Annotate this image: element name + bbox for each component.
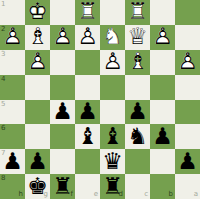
square-a8[interactable]: a — [175, 174, 200, 199]
rank-label-3: 3 — [1, 51, 5, 58]
rank-label-4: 4 — [1, 76, 5, 83]
square-c6[interactable]: ♞ — [125, 124, 150, 149]
square-e1[interactable]: ♜♖ — [75, 0, 100, 25]
square-e8[interactable]: e — [75, 174, 100, 199]
square-e6[interactable]: ♝ — [75, 124, 100, 149]
white-pawn-outline-icon: ♙ — [77, 25, 98, 48]
square-e3[interactable] — [75, 50, 100, 75]
square-c4[interactable] — [125, 75, 150, 100]
white-pawn-outline-icon: ♙ — [27, 50, 48, 73]
square-g5[interactable] — [25, 100, 50, 125]
square-d1[interactable] — [100, 0, 125, 25]
square-f7[interactable] — [50, 149, 75, 174]
square-g2[interactable]: ♝♗ — [25, 25, 50, 50]
white-king-outline-icon: ♔ — [27, 0, 48, 23]
white-pawn-outline-icon: ♙ — [52, 25, 73, 48]
square-f5[interactable]: ♟ — [50, 100, 75, 125]
black-pawn-icon: ♟ — [177, 149, 198, 172]
square-a7[interactable]: ♟ — [175, 149, 200, 174]
square-a6[interactable] — [175, 124, 200, 149]
white-pawn-e2[interactable]: ♟♙ — [75, 25, 100, 50]
square-a5[interactable] — [175, 100, 200, 125]
square-g7[interactable]: ♟ — [25, 149, 50, 174]
black-pawn-f5[interactable]: ♟ — [50, 100, 75, 125]
white-pawn-a3[interactable]: ♟♙ — [175, 50, 200, 75]
black-king-icon: ♚ — [27, 174, 48, 197]
black-pawn-c5[interactable]: ♟ — [125, 100, 150, 125]
square-c2[interactable]: ♛♕ — [125, 25, 150, 50]
square-h4[interactable]: 4 — [0, 75, 25, 100]
white-knight-outline-icon: ♘ — [102, 25, 123, 48]
file-label-e: e — [94, 191, 98, 198]
white-rook-c1[interactable]: ♜♖ — [125, 0, 150, 25]
white-rook-outline-icon: ♖ — [127, 0, 148, 23]
black-knight-icon: ♞ — [127, 124, 148, 147]
square-b6[interactable]: ♟ — [150, 124, 175, 149]
white-queen-c2[interactable]: ♛♕ — [125, 25, 150, 50]
black-pawn-g7[interactable]: ♟ — [25, 149, 50, 174]
square-f6[interactable] — [50, 124, 75, 149]
square-d2[interactable]: ♞♘ — [100, 25, 125, 50]
black-pawn-icon: ♟ — [27, 149, 48, 172]
square-f2[interactable]: ♟♙ — [50, 25, 75, 50]
square-d4[interactable] — [100, 75, 125, 100]
white-pawn-g3[interactable]: ♟♙ — [25, 50, 50, 75]
square-f8[interactable]: f♜ — [50, 174, 75, 199]
white-pawn-h2[interactable]: ♟♙ — [0, 25, 25, 50]
square-h5[interactable]: 5 — [0, 100, 25, 125]
rank-label-5: 5 — [1, 101, 5, 108]
black-rook-icon: ♜ — [102, 174, 123, 197]
square-e4[interactable] — [75, 75, 100, 100]
black-rook-d8[interactable]: ♜ — [100, 174, 125, 199]
square-a1[interactable] — [175, 0, 200, 25]
white-bishop-outline-icon: ♗ — [127, 50, 148, 73]
black-bishop-icon: ♝ — [102, 124, 123, 147]
square-h1[interactable]: 1 — [0, 0, 25, 25]
square-e7[interactable] — [75, 149, 100, 174]
square-h2[interactable]: 2♟♙ — [0, 25, 25, 50]
square-e5[interactable]: ♟ — [75, 100, 100, 125]
black-pawn-b6[interactable]: ♟ — [150, 124, 175, 149]
white-bishop-g2[interactable]: ♝♗ — [25, 25, 50, 50]
square-g6[interactable] — [25, 124, 50, 149]
square-b1[interactable] — [150, 0, 175, 25]
chess-board-window: 1♚♔♜♖♜♖2♟♙♝♗♟♙♟♙♞♘♛♕♟♙3♟♙♟♙♝♗♟♙45♟♟♟6♝♝♞… — [0, 0, 200, 199]
black-pawn-icon: ♟ — [127, 100, 148, 123]
square-g8[interactable]: g♚ — [25, 174, 50, 199]
black-pawn-icon: ♟ — [77, 100, 98, 123]
white-pawn-outline-icon: ♙ — [102, 50, 123, 73]
file-label-b: b — [169, 191, 173, 198]
square-c5[interactable]: ♟ — [125, 100, 150, 125]
square-h6[interactable]: 6 — [0, 124, 25, 149]
square-g1[interactable]: ♚♔ — [25, 0, 50, 25]
square-a2[interactable] — [175, 25, 200, 50]
square-d8[interactable]: d♜ — [100, 174, 125, 199]
rank-label-6: 6 — [1, 125, 5, 132]
chess-board: 1♚♔♜♖♜♖2♟♙♝♗♟♙♟♙♞♘♛♕♟♙3♟♙♟♙♝♗♟♙45♟♟♟6♝♝♞… — [0, 0, 200, 199]
white-queen-outline-icon: ♕ — [127, 25, 148, 48]
black-pawn-icon: ♟ — [2, 149, 23, 172]
white-pawn-outline-icon: ♙ — [152, 25, 173, 48]
square-f1[interactable] — [50, 0, 75, 25]
square-g3[interactable]: ♟♙ — [25, 50, 50, 75]
black-queen-icon: ♛ — [102, 149, 123, 172]
white-king-g1[interactable]: ♚♔ — [25, 0, 50, 25]
black-pawn-icon: ♟ — [52, 100, 73, 123]
white-bishop-outline-icon: ♗ — [27, 25, 48, 48]
square-f3[interactable] — [50, 50, 75, 75]
white-rook-e1[interactable]: ♜♖ — [75, 0, 100, 25]
white-pawn-d3[interactable]: ♟♙ — [100, 50, 125, 75]
black-knight-c6[interactable]: ♞ — [125, 124, 150, 149]
white-pawn-outline-icon: ♙ — [177, 50, 198, 73]
black-bishop-e6[interactable]: ♝ — [75, 124, 100, 149]
square-c8[interactable]: c — [125, 174, 150, 199]
white-bishop-c3[interactable]: ♝♗ — [125, 50, 150, 75]
square-b7[interactable] — [150, 149, 175, 174]
black-queen-d7[interactable]: ♛ — [100, 149, 125, 174]
file-label-h: h — [19, 191, 23, 198]
square-h7[interactable]: 7♟ — [0, 149, 25, 174]
black-pawn-h7[interactable]: ♟ — [0, 149, 25, 174]
file-label-a: a — [194, 191, 198, 198]
square-a3[interactable]: ♟♙ — [175, 50, 200, 75]
square-d5[interactable] — [100, 100, 125, 125]
white-pawn-b2[interactable]: ♟♙ — [150, 25, 175, 50]
black-rook-icon: ♜ — [52, 174, 73, 197]
white-rook-outline-icon: ♖ — [77, 0, 98, 23]
file-label-c: c — [144, 191, 148, 198]
square-g4[interactable] — [25, 75, 50, 100]
square-b8[interactable]: b — [150, 174, 175, 199]
black-rook-f8[interactable]: ♜ — [50, 174, 75, 199]
square-a4[interactable] — [175, 75, 200, 100]
square-c3[interactable]: ♝♗ — [125, 50, 150, 75]
square-b3[interactable] — [150, 50, 175, 75]
black-king-g8[interactable]: ♚ — [25, 174, 50, 199]
square-b2[interactable]: ♟♙ — [150, 25, 175, 50]
square-b5[interactable] — [150, 100, 175, 125]
square-b4[interactable] — [150, 75, 175, 100]
black-bishop-icon: ♝ — [77, 124, 98, 147]
black-pawn-icon: ♟ — [152, 124, 173, 147]
rank-label-8: 8 — [1, 175, 5, 182]
rank-label-1: 1 — [1, 1, 5, 8]
square-h3[interactable]: 3 — [0, 50, 25, 75]
square-d3[interactable]: ♟♙ — [100, 50, 125, 75]
white-knight-d2[interactable]: ♞♘ — [100, 25, 125, 50]
square-c1[interactable]: ♜♖ — [125, 0, 150, 25]
square-d6[interactable]: ♝ — [100, 124, 125, 149]
square-h8[interactable]: 8h — [0, 174, 25, 199]
square-f4[interactable] — [50, 75, 75, 100]
white-pawn-outline-icon: ♙ — [2, 25, 23, 48]
black-bishop-d6[interactable]: ♝ — [100, 124, 125, 149]
black-pawn-a7[interactable]: ♟ — [175, 149, 200, 174]
square-c7[interactable] — [125, 149, 150, 174]
white-pawn-f2[interactable]: ♟♙ — [50, 25, 75, 50]
square-e2[interactable]: ♟♙ — [75, 25, 100, 50]
black-pawn-e5[interactable]: ♟ — [75, 100, 100, 125]
square-d7[interactable]: ♛ — [100, 149, 125, 174]
